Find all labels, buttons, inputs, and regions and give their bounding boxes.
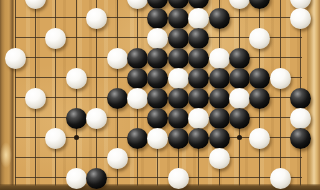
black-stone xyxy=(86,168,107,189)
black-stone xyxy=(168,8,189,29)
white-stone xyxy=(147,28,168,49)
star-point xyxy=(237,135,242,140)
grid-horizontal-line xyxy=(15,177,302,178)
black-stone xyxy=(127,48,148,69)
black-stone xyxy=(249,68,270,89)
white-stone xyxy=(127,88,148,109)
black-stone xyxy=(249,0,270,9)
white-stone xyxy=(229,88,250,109)
white-stone xyxy=(25,88,46,109)
black-stone xyxy=(209,8,230,29)
grid-horizontal-line xyxy=(15,157,302,158)
black-stone xyxy=(249,88,270,109)
star-point xyxy=(74,135,79,140)
black-stone xyxy=(168,28,189,49)
white-stone xyxy=(127,0,148,9)
white-stone xyxy=(290,8,311,29)
black-stone xyxy=(188,68,209,89)
white-stone xyxy=(86,108,107,129)
black-stone xyxy=(229,68,250,89)
white-stone xyxy=(107,148,128,169)
white-stone xyxy=(209,48,230,69)
gomoku-board[interactable] xyxy=(0,0,320,190)
white-stone xyxy=(66,68,87,89)
black-stone xyxy=(209,88,230,109)
white-stone xyxy=(168,168,189,189)
white-stone xyxy=(249,128,270,149)
black-stone xyxy=(127,128,148,149)
black-stone xyxy=(168,88,189,109)
white-stone xyxy=(209,148,230,169)
white-stone xyxy=(5,48,26,69)
black-stone xyxy=(229,108,250,129)
white-stone xyxy=(25,0,46,9)
white-stone xyxy=(188,8,209,29)
black-stone xyxy=(66,108,87,129)
white-stone xyxy=(147,128,168,149)
black-stone xyxy=(229,48,250,69)
black-stone xyxy=(209,108,230,129)
white-stone xyxy=(188,108,209,129)
black-stone xyxy=(147,48,168,69)
black-stone xyxy=(290,88,311,109)
black-stone xyxy=(168,108,189,129)
white-stone xyxy=(249,28,270,49)
white-stone xyxy=(66,168,87,189)
black-stone xyxy=(168,128,189,149)
black-stone xyxy=(290,128,311,149)
white-stone xyxy=(270,68,291,89)
black-stone xyxy=(147,108,168,129)
white-stone xyxy=(168,68,189,89)
white-stone xyxy=(229,0,250,9)
white-stone xyxy=(270,168,291,189)
board-left-edge-highlight xyxy=(0,142,12,168)
black-stone xyxy=(209,68,230,89)
black-stone xyxy=(168,48,189,69)
black-stone xyxy=(147,68,168,89)
white-stone xyxy=(107,48,128,69)
black-stone xyxy=(209,128,230,149)
white-stone xyxy=(290,108,311,129)
black-stone xyxy=(188,48,209,69)
black-stone xyxy=(127,68,148,89)
black-stone xyxy=(147,88,168,109)
white-stone xyxy=(86,8,107,29)
white-stone xyxy=(45,28,66,49)
black-stone xyxy=(188,88,209,109)
black-stone xyxy=(188,28,209,49)
white-stone xyxy=(45,128,66,149)
black-stone xyxy=(188,128,209,149)
black-stone xyxy=(147,8,168,29)
board-left-edge xyxy=(0,0,14,190)
black-stone xyxy=(107,88,128,109)
